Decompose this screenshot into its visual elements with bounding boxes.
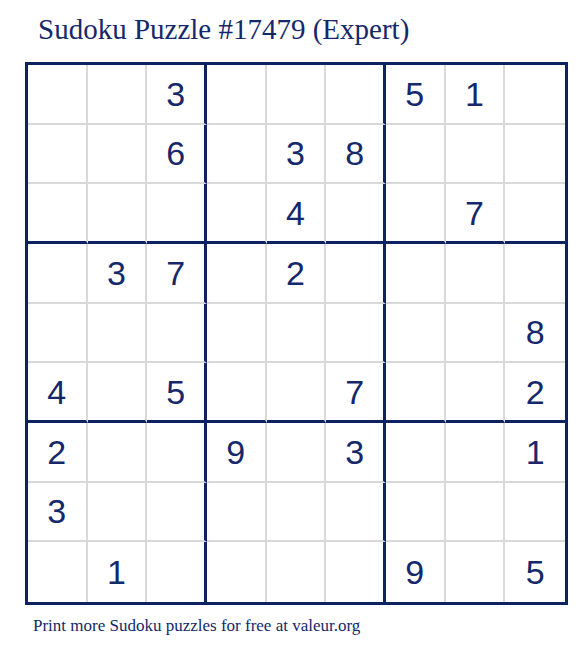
sudoku-cell-r2c6[interactable]: 8 xyxy=(326,125,386,185)
sudoku-cell-r5c5[interactable] xyxy=(267,304,327,364)
sudoku-cell-r5c4[interactable] xyxy=(207,304,267,364)
sudoku-cell-r4c5[interactable]: 2 xyxy=(267,244,327,304)
sudoku-cell-r8c2[interactable] xyxy=(88,483,148,543)
sudoku-cell-r9c4[interactable] xyxy=(207,542,267,602)
sudoku-cell-r1c8[interactable]: 1 xyxy=(446,65,506,125)
sudoku-cell-r7c1[interactable]: 2 xyxy=(28,423,88,483)
sudoku-cell-r5c7[interactable] xyxy=(386,304,446,364)
sudoku-cell-r7c8[interactable] xyxy=(446,423,506,483)
sudoku-cell-r9c3[interactable] xyxy=(147,542,207,602)
sudoku-cell-r4c2[interactable]: 3 xyxy=(88,244,148,304)
sudoku-cell-r1c1[interactable] xyxy=(28,65,88,125)
sudoku-cell-r8c7[interactable] xyxy=(386,483,446,543)
sudoku-cell-r5c2[interactable] xyxy=(88,304,148,364)
sudoku-cell-r3c7[interactable] xyxy=(386,184,446,244)
sudoku-cell-r8c5[interactable] xyxy=(267,483,327,543)
sudoku-cell-r3c5[interactable]: 4 xyxy=(267,184,327,244)
sudoku-cell-r2c8[interactable] xyxy=(446,125,506,185)
sudoku-cell-r3c2[interactable] xyxy=(88,184,148,244)
sudoku-cell-r8c4[interactable] xyxy=(207,483,267,543)
sudoku-cell-r7c6[interactable]: 3 xyxy=(326,423,386,483)
sudoku-cell-r8c1[interactable]: 3 xyxy=(28,483,88,543)
sudoku-cell-r5c9[interactable]: 8 xyxy=(505,304,565,364)
sudoku-cell-r7c3[interactable] xyxy=(147,423,207,483)
sudoku-cell-r2c3[interactable]: 6 xyxy=(147,125,207,185)
sudoku-cell-r2c2[interactable] xyxy=(88,125,148,185)
sudoku-cell-r9c6[interactable] xyxy=(326,542,386,602)
sudoku-cell-r9c7[interactable]: 9 xyxy=(386,542,446,602)
sudoku-cell-r7c7[interactable] xyxy=(386,423,446,483)
sudoku-cell-r4c6[interactable] xyxy=(326,244,386,304)
sudoku-cell-r9c8[interactable] xyxy=(446,542,506,602)
sudoku-cell-r3c9[interactable] xyxy=(505,184,565,244)
sudoku-cell-r2c4[interactable] xyxy=(207,125,267,185)
sudoku-cell-r1c9[interactable] xyxy=(505,65,565,125)
sudoku-cell-r3c6[interactable] xyxy=(326,184,386,244)
sudoku-cell-r7c2[interactable] xyxy=(88,423,148,483)
sudoku-cell-r4c8[interactable] xyxy=(446,244,506,304)
sudoku-cell-r4c4[interactable] xyxy=(207,244,267,304)
sudoku-cell-r6c4[interactable] xyxy=(207,363,267,423)
sudoku-cell-r1c3[interactable]: 3 xyxy=(147,65,207,125)
sudoku-cell-r1c6[interactable] xyxy=(326,65,386,125)
sudoku-cell-r9c2[interactable]: 1 xyxy=(88,542,148,602)
sudoku-cell-r4c1[interactable] xyxy=(28,244,88,304)
footer-text: Print more Sudoku puzzles for free at va… xyxy=(33,615,360,637)
sudoku-cell-r1c5[interactable] xyxy=(267,65,327,125)
sudoku-cell-r8c8[interactable] xyxy=(446,483,506,543)
page-title: Sudoku Puzzle #17479 (Expert) xyxy=(38,12,409,46)
sudoku-cell-r6c1[interactable]: 4 xyxy=(28,363,88,423)
sudoku-cell-r2c5[interactable]: 3 xyxy=(267,125,327,185)
sudoku-cell-r5c3[interactable] xyxy=(147,304,207,364)
sudoku-cell-r9c1[interactable] xyxy=(28,542,88,602)
sudoku-cell-r2c7[interactable] xyxy=(386,125,446,185)
sudoku-cell-r6c8[interactable] xyxy=(446,363,506,423)
sudoku-cell-r5c6[interactable] xyxy=(326,304,386,364)
sudoku-cell-r3c4[interactable] xyxy=(207,184,267,244)
sudoku-cell-r7c9[interactable]: 1 xyxy=(505,423,565,483)
sudoku-cell-r7c4[interactable]: 9 xyxy=(207,423,267,483)
sudoku-cell-r4c3[interactable]: 7 xyxy=(147,244,207,304)
sudoku-cell-r8c9[interactable] xyxy=(505,483,565,543)
sudoku-cell-r5c1[interactable] xyxy=(28,304,88,364)
sudoku-cell-r6c7[interactable] xyxy=(386,363,446,423)
sudoku-cell-r8c3[interactable] xyxy=(147,483,207,543)
sudoku-cell-r6c5[interactable] xyxy=(267,363,327,423)
sudoku-cell-r2c1[interactable] xyxy=(28,125,88,185)
sudoku-cell-r1c4[interactable] xyxy=(207,65,267,125)
sudoku-cell-r6c6[interactable]: 7 xyxy=(326,363,386,423)
sudoku-cell-r6c2[interactable] xyxy=(88,363,148,423)
sudoku-page: Sudoku Puzzle #17479 (Expert) 3516384737… xyxy=(0,0,580,651)
sudoku-cell-r6c3[interactable]: 5 xyxy=(147,363,207,423)
sudoku-cell-r1c2[interactable] xyxy=(88,65,148,125)
sudoku-cell-r9c9[interactable]: 5 xyxy=(505,542,565,602)
sudoku-board: 351638473728457229313195 xyxy=(25,62,568,605)
sudoku-cell-r3c3[interactable] xyxy=(147,184,207,244)
sudoku-cell-r6c9[interactable]: 2 xyxy=(505,363,565,423)
sudoku-cell-r3c1[interactable] xyxy=(28,184,88,244)
sudoku-cell-r9c5[interactable] xyxy=(267,542,327,602)
sudoku-cell-r4c7[interactable] xyxy=(386,244,446,304)
sudoku-cell-r8c6[interactable] xyxy=(326,483,386,543)
sudoku-cell-r2c9[interactable] xyxy=(505,125,565,185)
sudoku-cell-r1c7[interactable]: 5 xyxy=(386,65,446,125)
sudoku-cell-r7c5[interactable] xyxy=(267,423,327,483)
sudoku-cell-r5c8[interactable] xyxy=(446,304,506,364)
sudoku-cell-r4c9[interactable] xyxy=(505,244,565,304)
sudoku-cell-r3c8[interactable]: 7 xyxy=(446,184,506,244)
